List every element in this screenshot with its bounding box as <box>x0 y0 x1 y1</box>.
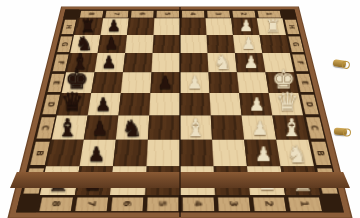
square-c8[interactable]: ♝ <box>52 115 88 139</box>
white-pawn-d2[interactable]: ♟ <box>241 96 272 114</box>
clasp-ring-icon <box>341 60 350 69</box>
coord-label-H: H <box>284 19 299 34</box>
black-pawn-h7[interactable]: ♟ <box>101 18 127 34</box>
frame-corner <box>16 195 40 212</box>
coord-label-text: 1 <box>298 201 310 207</box>
coord-label-text: 3 <box>214 12 222 15</box>
box-front-seam <box>179 172 181 188</box>
coord-label-2: 2 <box>252 197 285 211</box>
square-b2[interactable]: ♟ <box>244 140 280 166</box>
square-b8[interactable] <box>46 140 84 166</box>
square-f3[interactable]: ♞ <box>207 53 237 72</box>
coord-label-text: 5 <box>156 201 168 207</box>
square-h4[interactable] <box>180 18 206 35</box>
square-d5[interactable] <box>149 93 180 115</box>
square-b4[interactable] <box>180 140 213 166</box>
chess-set-photo: 87654321H♜♟♟♜HG♞♟♟GF♝♟♞♟FE♚♟♟♚ED♛♟♟♛DC♝♟… <box>0 0 360 218</box>
square-f7[interactable]: ♟ <box>95 53 126 72</box>
coord-label-text: F <box>295 61 305 65</box>
square-e7[interactable] <box>91 72 123 93</box>
square-d3[interactable] <box>210 93 242 115</box>
square-c2[interactable]: ♟ <box>242 115 277 139</box>
coord-label-6: 6 <box>130 10 153 17</box>
coord-label-text: E <box>51 80 61 84</box>
square-c5[interactable] <box>148 115 180 139</box>
coord-label-1: 1 <box>287 197 321 211</box>
square-h3[interactable] <box>206 18 233 35</box>
square-d2[interactable]: ♟ <box>239 93 272 115</box>
black-pawn-b7[interactable]: ♟ <box>80 145 113 165</box>
brass-clasp-icon <box>333 59 347 68</box>
square-b3[interactable] <box>212 140 247 166</box>
coord-label-D: D <box>300 94 318 114</box>
coord-label-text: 3 <box>227 201 239 207</box>
square-d7[interactable]: ♟ <box>88 93 121 115</box>
square-b1[interactable]: ♞ <box>276 140 314 166</box>
coord-label-text: C <box>40 125 51 130</box>
coord-label-text: 8 <box>50 201 62 207</box>
clasp-ring-icon <box>343 128 352 137</box>
square-h2[interactable]: ♟ <box>231 18 259 35</box>
white-pawn-c2[interactable]: ♟ <box>244 119 276 138</box>
black-bishop-c8[interactable]: ♝ <box>52 116 84 139</box>
square-h5[interactable] <box>154 18 180 35</box>
coord-label-text: D <box>304 101 315 106</box>
black-pawn-c7[interactable]: ♟ <box>84 119 116 138</box>
coord-label-text: H <box>64 25 73 29</box>
square-g1[interactable] <box>259 35 289 53</box>
square-e2[interactable] <box>237 72 269 93</box>
square-g2[interactable]: ♟ <box>233 35 262 53</box>
square-h6[interactable] <box>127 18 154 35</box>
square-g5[interactable] <box>153 35 180 53</box>
coord-label-5: 5 <box>146 197 178 211</box>
white-bishop-c4[interactable]: ♝ <box>180 116 212 139</box>
black-pawn-e5[interactable]: ♟ <box>150 74 180 92</box>
square-g6[interactable] <box>125 35 153 53</box>
coord-label-text: D <box>45 101 56 106</box>
coord-label-text: H <box>287 25 296 29</box>
square-c6[interactable]: ♞ <box>116 115 149 139</box>
coord-label-text: F <box>55 61 65 65</box>
coord-label-text: E <box>299 80 309 84</box>
coord-label-G: G <box>288 36 303 52</box>
square-d4[interactable] <box>180 93 211 115</box>
square-d6[interactable] <box>118 93 150 115</box>
coord-label-text: 7 <box>112 12 121 15</box>
coord-label-text: 4 <box>192 201 204 207</box>
square-h1[interactable]: ♜ <box>257 18 286 35</box>
black-pawn-d7[interactable]: ♟ <box>88 96 119 114</box>
square-c7[interactable]: ♟ <box>84 115 119 139</box>
coord-label-6: 6 <box>110 197 142 211</box>
coord-label-text: 5 <box>163 12 171 15</box>
square-e4[interactable]: ♟ <box>180 72 210 93</box>
square-g7[interactable]: ♟ <box>98 35 127 53</box>
square-c3[interactable] <box>211 115 244 139</box>
white-pawn-b2[interactable]: ♟ <box>247 145 280 165</box>
coord-label-text: 6 <box>121 201 133 207</box>
square-g4[interactable] <box>180 35 207 53</box>
coord-label-text: 2 <box>239 12 248 15</box>
square-d8[interactable]: ♛ <box>57 93 91 115</box>
black-pawn-g7[interactable]: ♟ <box>98 36 125 52</box>
coord-label-text: B <box>314 150 326 156</box>
white-bishop-c1[interactable]: ♝ <box>276 116 308 139</box>
coord-label-5: 5 <box>156 10 179 17</box>
white-pawn-e4[interactable]: ♟ <box>180 74 210 92</box>
white-knight-b1[interactable]: ♞ <box>280 142 313 165</box>
coord-label-7: 7 <box>75 197 108 211</box>
white-pawn-f2[interactable]: ♟ <box>237 54 265 71</box>
black-knight-c6[interactable]: ♞ <box>116 117 148 139</box>
coord-label-8: 8 <box>39 197 73 211</box>
square-c4[interactable]: ♝ <box>180 115 212 139</box>
square-b5[interactable] <box>147 140 180 166</box>
coord-label-text: 7 <box>85 201 97 207</box>
coord-label-4: 4 <box>182 10 205 17</box>
coord-label-3: 3 <box>217 197 249 211</box>
white-rook-h1[interactable]: ♜ <box>259 17 285 34</box>
coord-label-text: 6 <box>138 12 146 15</box>
black-pawn-f7[interactable]: ♟ <box>95 54 123 71</box>
white-queen-d1[interactable]: ♛ <box>272 91 303 114</box>
coord-label-text: 2 <box>263 201 275 207</box>
coord-label-4: 4 <box>182 197 214 211</box>
square-d1[interactable]: ♛ <box>269 93 303 115</box>
brass-clasp-icon <box>334 128 347 136</box>
frame-corner <box>320 195 344 212</box>
square-f4[interactable] <box>180 53 208 72</box>
coord-label-3: 3 <box>207 10 230 17</box>
coord-label-text: C <box>309 125 320 130</box>
square-e5[interactable]: ♟ <box>150 72 180 93</box>
square-h7[interactable]: ♟ <box>101 18 129 35</box>
white-knight-f3[interactable]: ♞ <box>208 52 236 71</box>
coord-label-text: B <box>34 150 46 156</box>
square-f5[interactable] <box>152 53 180 72</box>
white-pawn-g2[interactable]: ♟ <box>235 36 262 52</box>
box-front-face <box>10 172 350 188</box>
square-e3[interactable] <box>208 72 239 93</box>
black-queen-d8[interactable]: ♛ <box>57 91 88 114</box>
square-f2[interactable]: ♟ <box>235 53 266 72</box>
coord-label-text: 4 <box>189 12 197 15</box>
square-c1[interactable]: ♝ <box>272 115 308 139</box>
coord-label-text: G <box>60 42 70 46</box>
square-b7[interactable]: ♟ <box>80 140 116 166</box>
square-f6[interactable] <box>123 53 153 72</box>
square-b6[interactable] <box>113 140 148 166</box>
white-pawn-h2[interactable]: ♟ <box>233 18 259 34</box>
coord-label-text: G <box>291 42 301 46</box>
square-e6[interactable] <box>121 72 152 93</box>
